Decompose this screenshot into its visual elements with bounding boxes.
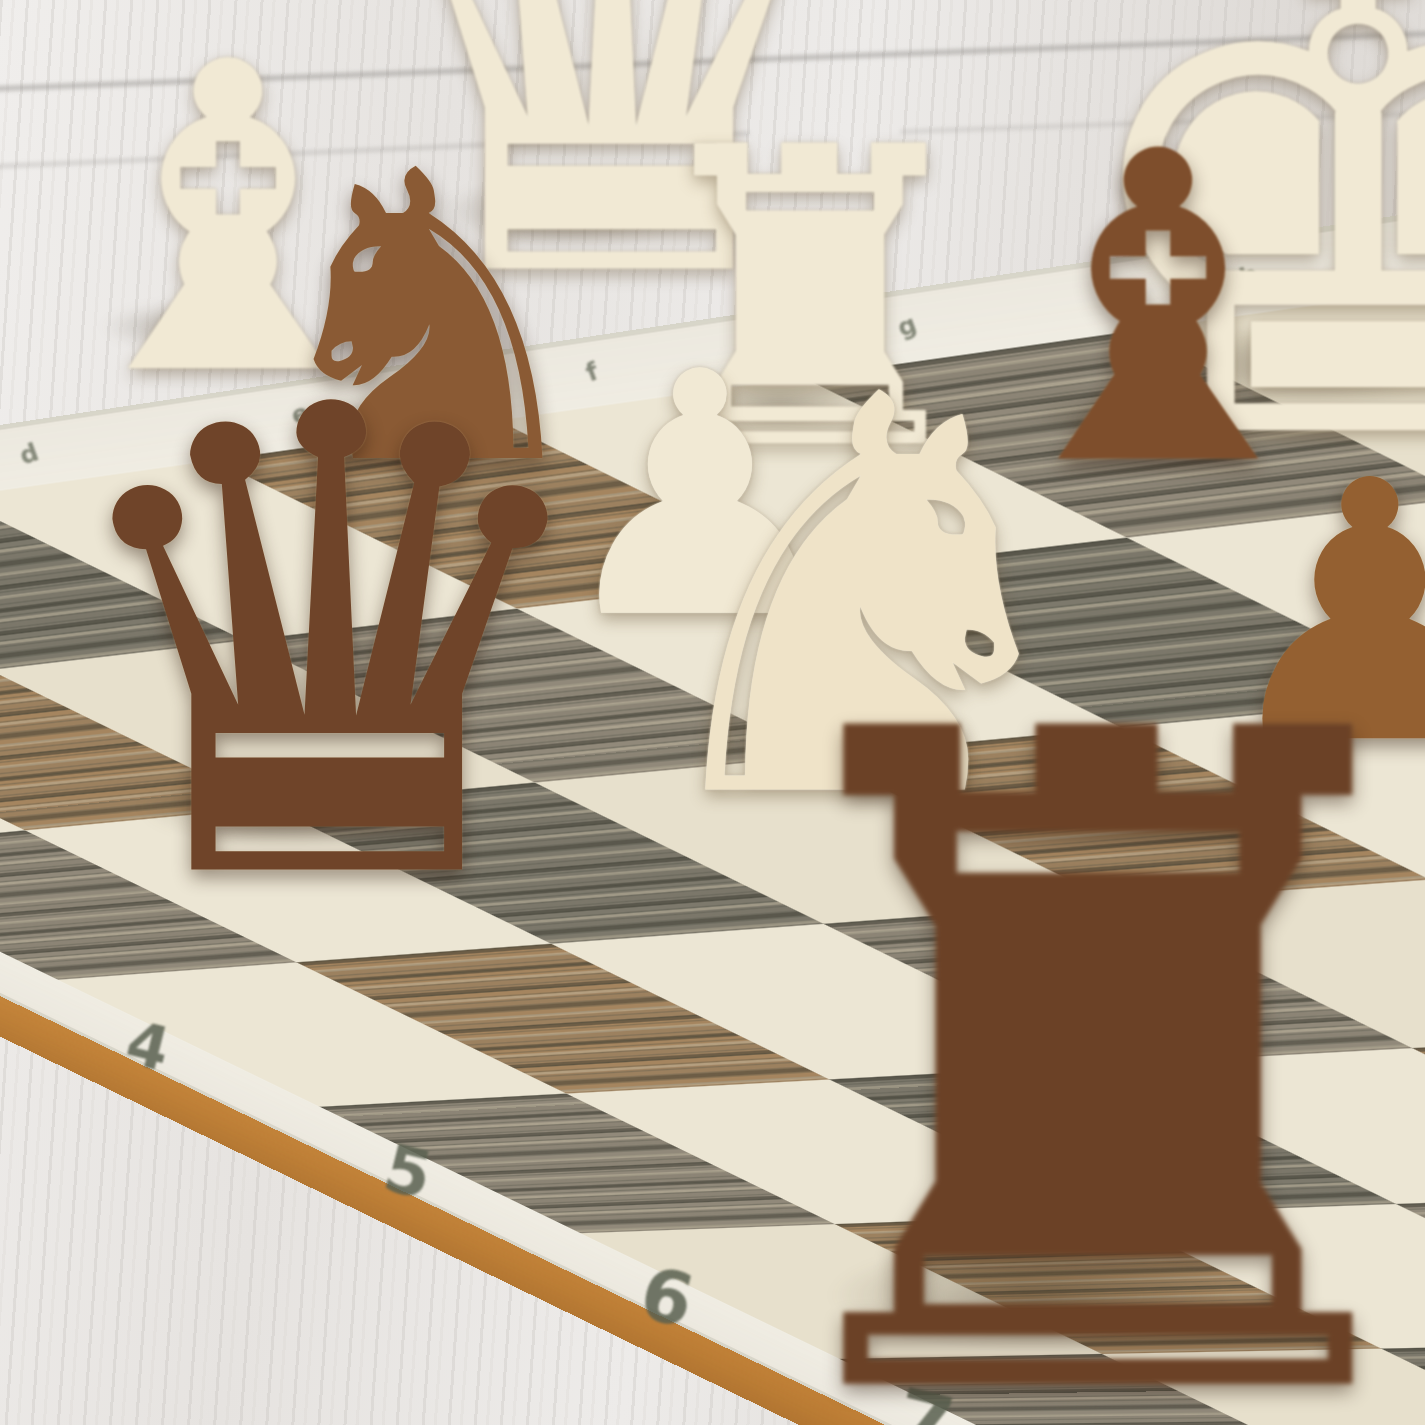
- piece-brown-queen-c5: ♛: [41, 325, 618, 969]
- piece-brown-rook-g7: ♜: [693, 618, 1425, 1425]
- chess-photo-scene: 4567defgh ♝♛♜♚♟♞♞♝♛♟♜: [0, 0, 1425, 1425]
